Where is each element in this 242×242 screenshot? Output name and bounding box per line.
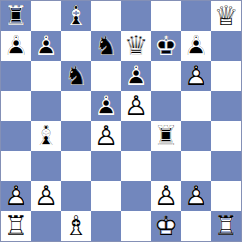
square-b2[interactable]: ♟♙ — [31, 181, 61, 211]
square-a1[interactable]: ♜♖ — [1, 211, 31, 241]
square-e1[interactable] — [121, 211, 151, 241]
white-pawn-outline-icon: ♙ — [31, 181, 61, 210]
square-b1[interactable] — [31, 211, 61, 241]
square-g6[interactable]: ♟♙ — [181, 61, 211, 91]
black-rook[interactable]: ♜♖ — [1, 1, 31, 31]
black-knight-outline-icon: ♘ — [61, 61, 91, 90]
black-bishop[interactable]: ♝♗ — [61, 1, 91, 31]
white-rook-outline-icon: ♖ — [1, 211, 31, 240]
square-e3[interactable] — [121, 151, 151, 181]
square-a5[interactable] — [1, 91, 31, 121]
square-b5[interactable] — [31, 91, 61, 121]
square-f2[interactable]: ♟♙ — [151, 181, 181, 211]
square-f7[interactable]: ♚♔ — [151, 31, 181, 61]
square-e7[interactable]: ♛♕ — [121, 31, 151, 61]
chess-board: ♜♖♝♗♛♕♟♙♟♙♞♘♛♕♚♔♟♙♞♘♟♙♟♙♟♙♟♙♝♗♟♙♜♖♟♙♟♙♟♙… — [0, 0, 242, 242]
square-c3[interactable] — [61, 151, 91, 181]
white-bishop[interactable]: ♝♗ — [61, 211, 91, 241]
white-pawn-outline-icon: ♙ — [1, 181, 31, 210]
white-rook[interactable]: ♜♖ — [211, 211, 241, 241]
square-c4[interactable] — [61, 121, 91, 151]
black-bishop-outline-icon: ♗ — [31, 121, 61, 150]
square-g5[interactable] — [181, 91, 211, 121]
square-f8[interactable] — [151, 1, 181, 31]
square-e4[interactable] — [121, 121, 151, 151]
square-h7[interactable] — [211, 31, 241, 61]
square-c5[interactable] — [61, 91, 91, 121]
square-h8[interactable]: ♛♕ — [211, 1, 241, 31]
square-d5[interactable]: ♟♙ — [91, 91, 121, 121]
black-rook-outline-icon: ♖ — [1, 1, 31, 30]
square-g8[interactable] — [181, 1, 211, 31]
square-c6[interactable]: ♞♘ — [61, 61, 91, 91]
square-d8[interactable] — [91, 1, 121, 31]
square-h1[interactable]: ♜♖ — [211, 211, 241, 241]
white-king[interactable]: ♚♔ — [151, 211, 181, 241]
square-g3[interactable] — [181, 151, 211, 181]
black-pawn-outline-icon: ♙ — [91, 91, 121, 120]
black-queen-outline-icon: ♕ — [121, 31, 151, 60]
square-b4[interactable]: ♝♗ — [31, 121, 61, 151]
square-g1[interactable] — [181, 211, 211, 241]
square-d7[interactable]: ♞♘ — [91, 31, 121, 61]
white-pawn[interactable]: ♟♙ — [151, 181, 181, 211]
square-f6[interactable] — [151, 61, 181, 91]
black-queen[interactable]: ♛♕ — [121, 31, 151, 61]
square-g7[interactable]: ♟♙ — [181, 31, 211, 61]
black-pawn-outline-icon: ♙ — [121, 61, 151, 90]
square-b6[interactable] — [31, 61, 61, 91]
square-c8[interactable]: ♝♗ — [61, 1, 91, 31]
black-bishop[interactable]: ♝♗ — [31, 121, 61, 151]
white-pawn[interactable]: ♟♙ — [181, 181, 211, 211]
white-pawn-outline-icon: ♙ — [181, 181, 211, 210]
square-a3[interactable] — [1, 151, 31, 181]
black-king[interactable]: ♚♔ — [151, 31, 181, 61]
white-queen-outline-icon: ♕ — [211, 1, 241, 30]
square-d3[interactable] — [91, 151, 121, 181]
black-pawn-outline-icon: ♙ — [181, 31, 211, 60]
black-knight[interactable]: ♞♘ — [61, 61, 91, 91]
black-king-outline-icon: ♔ — [151, 31, 181, 60]
white-pawn[interactable]: ♟♙ — [181, 61, 211, 91]
black-rook-outline-icon: ♖ — [151, 121, 181, 150]
black-pawn[interactable]: ♟♙ — [1, 31, 31, 61]
square-d1[interactable] — [91, 211, 121, 241]
square-e2[interactable] — [121, 181, 151, 211]
black-pawn[interactable]: ♟♙ — [181, 31, 211, 61]
square-f1[interactable]: ♚♔ — [151, 211, 181, 241]
black-knight-outline-icon: ♘ — [91, 31, 121, 60]
square-a7[interactable]: ♟♙ — [1, 31, 31, 61]
white-rook[interactable]: ♜♖ — [1, 211, 31, 241]
white-king-outline-icon: ♔ — [151, 211, 181, 240]
white-pawn[interactable]: ♟♙ — [1, 181, 31, 211]
white-pawn-outline-icon: ♙ — [91, 121, 121, 150]
white-pawn-outline-icon: ♙ — [181, 61, 211, 90]
square-c7[interactable] — [61, 31, 91, 61]
square-f5[interactable] — [151, 91, 181, 121]
square-a4[interactable] — [1, 121, 31, 151]
square-a6[interactable] — [1, 61, 31, 91]
black-pawn-outline-icon: ♙ — [31, 31, 61, 60]
white-pawn[interactable]: ♟♙ — [31, 181, 61, 211]
square-e8[interactable] — [121, 1, 151, 31]
black-pawn-outline-icon: ♙ — [1, 31, 31, 60]
white-pawn[interactable]: ♟♙ — [91, 121, 121, 151]
white-queen[interactable]: ♛♕ — [211, 1, 241, 31]
white-rook-outline-icon: ♖ — [211, 211, 241, 240]
white-bishop-outline-icon: ♗ — [61, 211, 91, 240]
square-b8[interactable] — [31, 1, 61, 31]
square-h2[interactable] — [211, 181, 241, 211]
square-b7[interactable]: ♟♙ — [31, 31, 61, 61]
square-c1[interactable]: ♝♗ — [61, 211, 91, 241]
white-pawn[interactable]: ♟♙ — [121, 91, 151, 121]
white-pawn-outline-icon: ♙ — [121, 91, 151, 120]
square-g4[interactable] — [181, 121, 211, 151]
square-f3[interactable] — [151, 151, 181, 181]
square-h6[interactable] — [211, 61, 241, 91]
square-e5[interactable]: ♟♙ — [121, 91, 151, 121]
square-b3[interactable] — [31, 151, 61, 181]
square-a8[interactable]: ♜♖ — [1, 1, 31, 31]
black-pawn[interactable]: ♟♙ — [31, 31, 61, 61]
white-pawn-outline-icon: ♙ — [151, 181, 181, 210]
square-c2[interactable] — [61, 181, 91, 211]
square-d2[interactable] — [91, 181, 121, 211]
square-f4[interactable]: ♜♖ — [151, 121, 181, 151]
black-knight[interactable]: ♞♘ — [91, 31, 121, 61]
square-a2[interactable]: ♟♙ — [1, 181, 31, 211]
black-pawn[interactable]: ♟♙ — [121, 61, 151, 91]
square-h4[interactable] — [211, 121, 241, 151]
square-d4[interactable]: ♟♙ — [91, 121, 121, 151]
square-e6[interactable]: ♟♙ — [121, 61, 151, 91]
square-h5[interactable] — [211, 91, 241, 121]
black-pawn[interactable]: ♟♙ — [91, 91, 121, 121]
square-h3[interactable] — [211, 151, 241, 181]
square-d6[interactable] — [91, 61, 121, 91]
black-bishop-outline-icon: ♗ — [61, 1, 91, 30]
square-g2[interactable]: ♟♙ — [181, 181, 211, 211]
black-rook[interactable]: ♜♖ — [151, 121, 181, 151]
